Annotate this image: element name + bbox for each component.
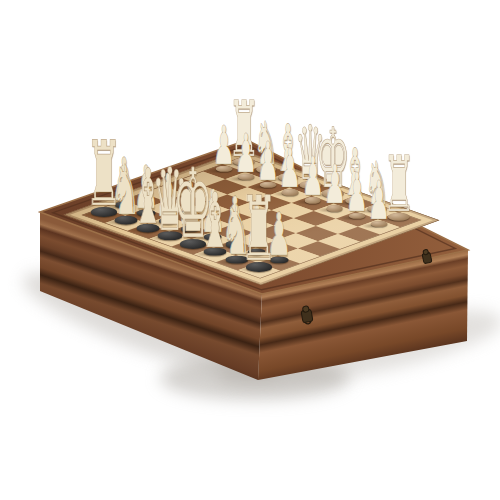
pawn-glyph-icon: ♟ xyxy=(368,180,390,222)
pawn-glyph-icon: ♟ xyxy=(346,172,368,214)
pawn-glyph-icon: ♟ xyxy=(213,125,235,167)
pawn-glyph-icon: ♟ xyxy=(235,133,257,175)
pawn-glyph-icon: ♟ xyxy=(301,156,323,198)
pieces-layer: ♜♞♝♛♚♝♞♜♟♟♟♟♟♟♟♟♟♟♟♟♟♟♟♟♜♞♝♛♚♝♞♜ xyxy=(0,0,500,500)
pawn-glyph-icon: ♟ xyxy=(279,149,301,191)
chess-set-photo: ♜♞♝♛♚♝♞♜♟♟♟♟♟♟♟♟♟♟♟♟♟♟♟♟♜♞♝♛♚♝♞♜ xyxy=(0,0,500,500)
rook-glyph-icon: ♜ xyxy=(240,196,277,266)
pawn-glyph-icon: ♟ xyxy=(323,164,345,206)
